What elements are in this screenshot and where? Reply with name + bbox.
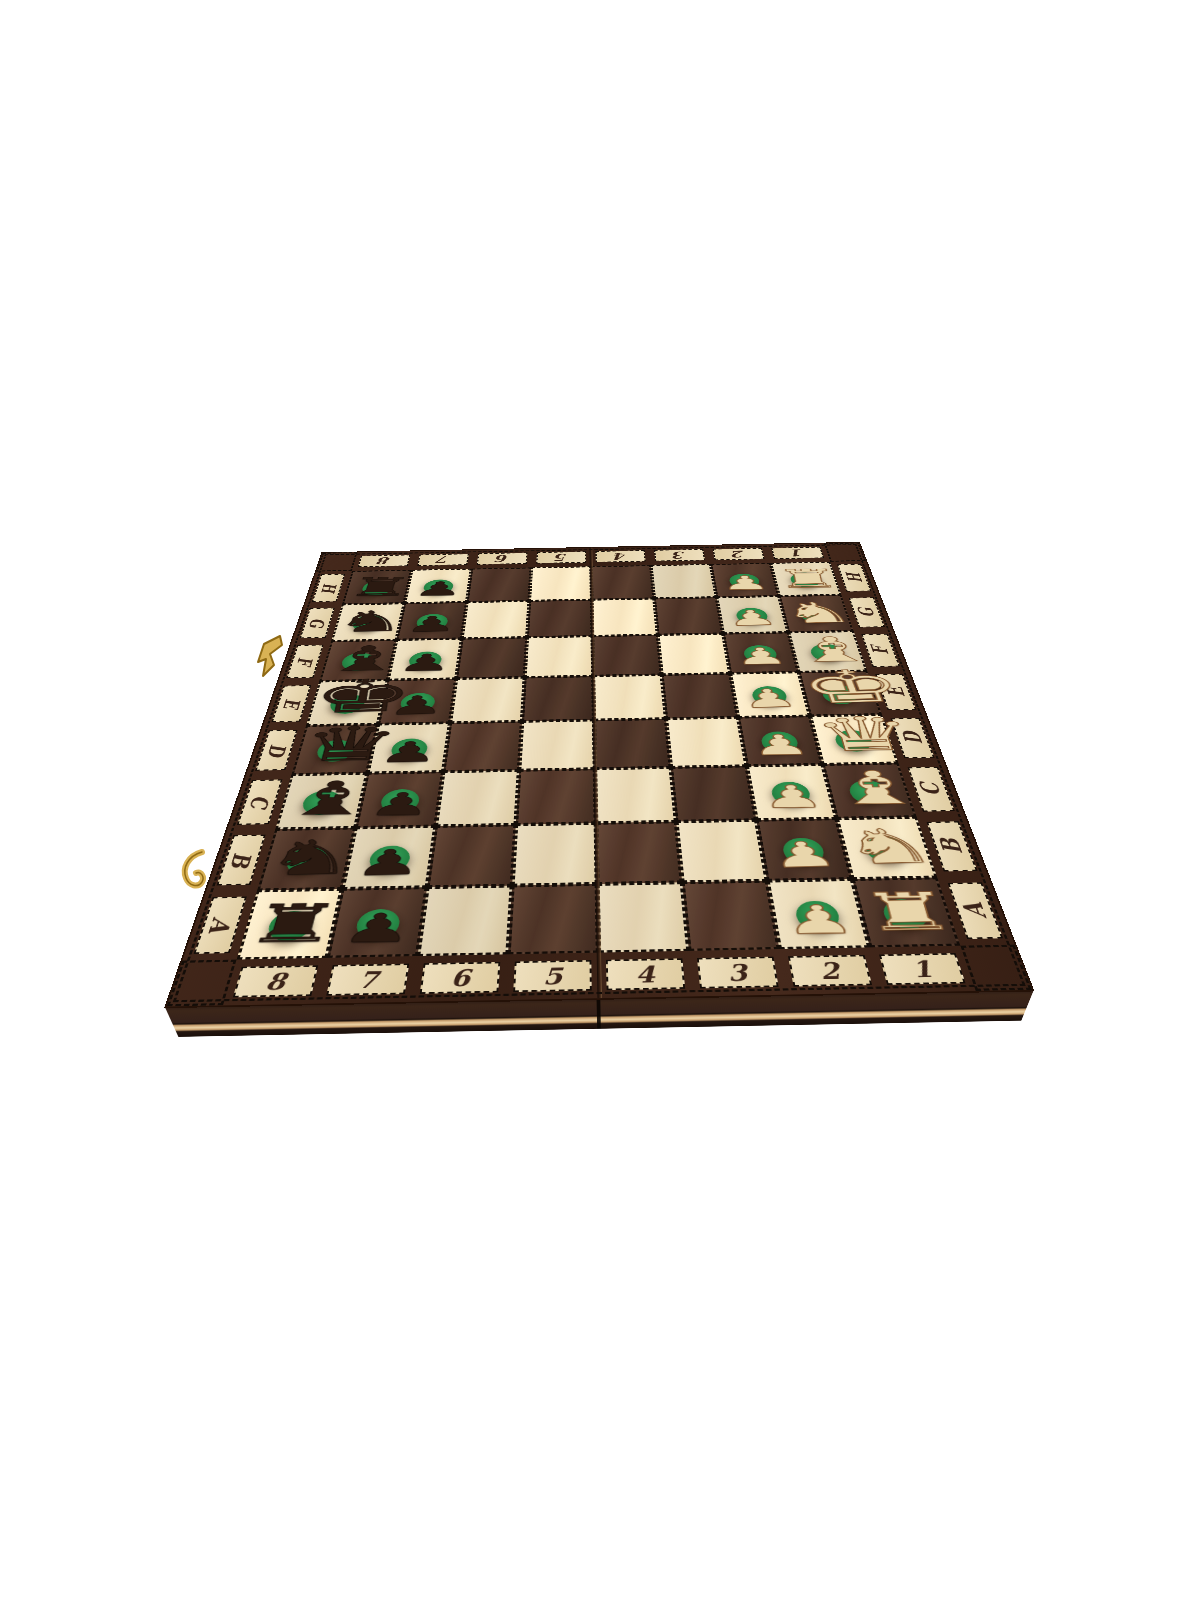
brass-clasp-icon[interactable] — [176, 848, 212, 900]
coordinate-label: E — [278, 698, 306, 709]
piece-white-rook[interactable]: ♜ — [773, 566, 840, 592]
frame-edge-cell: 7 — [317, 956, 417, 1004]
coordinate-label: 5 — [555, 552, 568, 563]
coordinate-label: 7 — [356, 966, 380, 993]
square-f6[interactable] — [456, 637, 527, 678]
piece-black-pawn[interactable]: ♟ — [397, 613, 464, 635]
coordinate-chip: 5 — [513, 960, 592, 992]
square-b3[interactable] — [676, 820, 767, 882]
square-d4[interactable] — [594, 719, 671, 769]
coordinate-chip: 3 — [697, 957, 779, 989]
square-f4[interactable] — [592, 635, 661, 676]
square-c2[interactable] — [747, 764, 837, 820]
square-g4[interactable] — [592, 598, 658, 636]
piece-white-pawn[interactable]: ♟ — [726, 645, 797, 669]
square-h4[interactable] — [591, 565, 654, 599]
frame-edge-cell: C — [227, 775, 291, 831]
coordinate-label: H — [842, 573, 867, 583]
coordinate-label: 6 — [449, 964, 471, 991]
coordinate-label: A — [203, 916, 239, 933]
brass-clasp-icon[interactable] — [250, 632, 286, 684]
coordinate-chip: A — [948, 882, 1003, 939]
coordinate-label: H — [316, 583, 340, 593]
frame-corner — [824, 542, 866, 561]
frame-edge-cell: 8 — [223, 958, 327, 1006]
coordinate-chip: C — [237, 779, 283, 824]
coordinate-label: F — [292, 657, 318, 666]
piece-black-knight[interactable]: ♞ — [332, 606, 402, 636]
frame-edge-cell: A — [937, 876, 1014, 945]
frame-corner — [316, 552, 357, 571]
square-g3[interactable] — [654, 597, 723, 635]
square-a6[interactable] — [418, 886, 513, 957]
square-c6[interactable] — [436, 770, 519, 826]
piece-white-pawn[interactable]: ♟ — [718, 607, 787, 629]
square-a5[interactable] — [508, 884, 598, 954]
square-c7[interactable] — [355, 772, 443, 828]
piece-white-knight[interactable]: ♞ — [779, 598, 852, 628]
coordinate-label: 8 — [377, 555, 392, 566]
frame-edge-cell: 7 — [412, 550, 474, 570]
piece-black-king[interactable]: ♚ — [308, 673, 386, 720]
square-e5[interactable] — [522, 676, 594, 721]
square-b7[interactable] — [342, 826, 436, 889]
coordinate-chip: B — [926, 821, 977, 871]
coordinate-label: 6 — [496, 553, 509, 564]
coordinate-label: 2 — [817, 957, 842, 984]
frame-edge-cell: 5 — [505, 953, 599, 1000]
frame-edge-cell: 3 — [689, 949, 788, 996]
square-g5[interactable] — [527, 600, 592, 638]
coordinate-label: 1 — [908, 956, 935, 983]
coordinate-label: B — [934, 838, 968, 854]
coordinate-label: 2 — [731, 549, 746, 560]
frame-edge-cell: 4 — [598, 951, 693, 998]
square-b5[interactable] — [512, 823, 597, 885]
frame-edge-cell: C — [898, 762, 964, 817]
square-h6[interactable] — [467, 567, 531, 602]
square-f5[interactable] — [525, 636, 593, 677]
coordinate-label: B — [225, 851, 259, 867]
square-b2[interactable] — [756, 818, 852, 880]
coordinate-chip: 2 — [788, 955, 872, 987]
square-d6[interactable] — [443, 721, 522, 771]
frame-edge-cell: B — [917, 816, 989, 877]
square-g6[interactable] — [462, 601, 530, 639]
coordinate-label: 1 — [790, 547, 806, 558]
frame-edge-cell: 4 — [591, 547, 651, 567]
frame-edge-cell: A — [182, 890, 257, 960]
coordinate-label: 3 — [726, 959, 749, 986]
frame-edge-cell: 2 — [707, 544, 770, 564]
coordinate-chip: 8 — [358, 555, 410, 567]
coordinate-label: 4 — [635, 961, 656, 988]
board-perspective-wrapper: 87654321HHGGFFEEDDCCBBAA87654321 ♜♞♝♛♚♝♞… — [257, 383, 932, 1058]
coordinate-label: 4 — [614, 551, 627, 562]
coordinate-label: D — [262, 743, 292, 756]
square-b6[interactable] — [427, 825, 516, 888]
square-h3[interactable] — [651, 564, 717, 598]
piece-white-pawn[interactable]: ♟ — [731, 685, 809, 712]
frame-edge-cell: 3 — [649, 545, 711, 565]
frame-edge-cell: B — [206, 829, 275, 891]
fold-seam-side — [597, 998, 601, 1029]
square-b4[interactable] — [596, 822, 682, 884]
coordinate-chip: 4 — [595, 550, 645, 562]
square-a4[interactable] — [597, 882, 689, 952]
coordinate-chip: 2 — [713, 548, 765, 560]
square-a7[interactable] — [327, 887, 427, 958]
square-c5[interactable] — [516, 769, 596, 825]
coordinate-label: 5 — [543, 963, 563, 990]
square-d5[interactable] — [519, 720, 595, 770]
frame-edge-cell: 1 — [870, 946, 976, 993]
frame-edge-cell: 1 — [766, 543, 831, 563]
coordinate-label: 3 — [673, 550, 687, 561]
piece-black-rook[interactable]: ♜ — [343, 574, 412, 600]
square-e4[interactable] — [593, 675, 666, 720]
coordinate-chip: 5 — [536, 551, 586, 563]
coordinate-chip: D — [255, 730, 297, 771]
square-e3[interactable] — [662, 673, 738, 718]
coordinate-chip: 3 — [654, 549, 705, 561]
coordinate-chip: E — [271, 685, 311, 722]
coordinate-label: C — [915, 782, 947, 795]
frame-edge-cell: 6 — [471, 549, 532, 569]
coordinate-chip: 7 — [326, 964, 409, 996]
frame-edge-cell: 8 — [352, 551, 416, 571]
frame-edge-cell: 6 — [411, 954, 508, 1001]
chess-board: 87654321HHGGFFEEDDCCBBAA87654321 ♜♞♝♛♚♝♞… — [167, 542, 1033, 1006]
coordinate-label: 8 — [263, 968, 289, 995]
coordinate-chip: B — [217, 835, 266, 886]
piece-white-king[interactable]: ♚ — [794, 664, 880, 710]
piece-black-pawn[interactable]: ♟ — [379, 692, 452, 719]
piece-black-pawn[interactable]: ♟ — [405, 579, 471, 599]
square-h5[interactable] — [529, 566, 591, 601]
coordinate-chip: 1 — [771, 547, 824, 559]
piece-white-pawn[interactable]: ♟ — [714, 573, 778, 593]
frame-edge-cell: 5 — [531, 548, 591, 568]
square-e6[interactable] — [450, 677, 525, 722]
square-a3[interactable] — [682, 881, 779, 951]
product-photo-scene: 87654321HHGGFFEEDDCCBBAA87654321 ♜♞♝♛♚♝♞… — [0, 0, 1200, 1600]
coordinate-chip: 4 — [606, 958, 685, 990]
coordinate-label: G — [305, 618, 330, 628]
coordinate-chip: 8 — [233, 965, 318, 997]
square-f3[interactable] — [658, 634, 730, 675]
frame-edge-cell: D — [246, 726, 306, 776]
coordinate-chip: A — [194, 897, 247, 954]
square-c3[interactable] — [671, 766, 757, 822]
coordinate-chip: 6 — [477, 553, 528, 565]
coordinate-label: A — [957, 902, 993, 918]
coordinate-chip: 6 — [420, 962, 501, 994]
coordinate-chip: 1 — [879, 953, 966, 985]
coordinate-chip: G — [300, 608, 335, 639]
coordinate-label: C — [244, 795, 275, 809]
square-d3[interactable] — [666, 717, 747, 767]
coordinate-chip: H — [312, 574, 345, 602]
coordinate-label: G — [854, 607, 880, 617]
square-c4[interactable] — [595, 767, 676, 823]
coordinate-chip: 7 — [417, 554, 469, 566]
coordinate-label: 7 — [436, 554, 450, 565]
coordinate-chip: C — [908, 767, 955, 812]
square-a2[interactable] — [767, 879, 870, 949]
frame-edge-cell: 2 — [779, 947, 881, 994]
